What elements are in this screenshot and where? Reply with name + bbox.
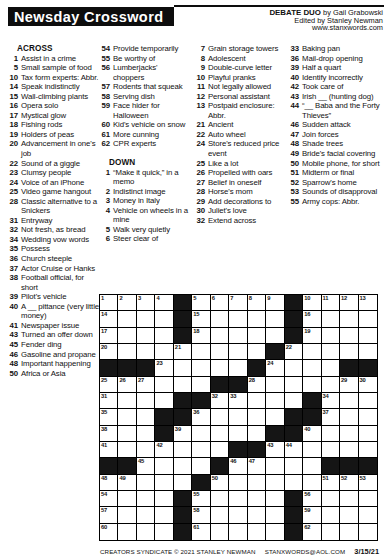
- black-cell: [100, 360, 118, 376]
- grid-cell[interactable]: [229, 311, 247, 327]
- cell-number: 5: [193, 295, 196, 302]
- grid-cell[interactable]: [266, 409, 284, 425]
- grid-cell[interactable]: [155, 311, 173, 327]
- clue-number: 48: [289, 139, 302, 149]
- grid-cell[interactable]: [137, 426, 155, 442]
- grid-cell[interactable]: 43: [266, 442, 284, 458]
- clue-text: Midterm or final: [302, 168, 383, 178]
- clue-text: Newspaper issue: [21, 321, 99, 331]
- grid-cell[interactable]: [248, 409, 266, 425]
- grid-cell[interactable]: [322, 311, 340, 327]
- clue: 40Identify incorrectly: [289, 73, 383, 83]
- clue: 62CPR experts: [100, 139, 190, 149]
- clue-text: Entryway: [21, 216, 99, 226]
- clue-number: 15: [8, 92, 21, 102]
- grid-cell[interactable]: 31: [100, 393, 118, 409]
- grid-cell[interactable]: [340, 409, 358, 425]
- clue-text: Important happening: [21, 359, 99, 369]
- clue-block: 7Grain storage towers8Adolescent9Double-…: [195, 44, 285, 225]
- clue-number: 1: [8, 54, 21, 64]
- grid-cell[interactable]: [322, 344, 340, 360]
- clue-text: Add decorations to: [208, 197, 285, 207]
- grid-cell[interactable]: [137, 491, 155, 507]
- grid-cell[interactable]: [266, 328, 284, 344]
- clue: 46Sudden attack: [289, 120, 383, 130]
- black-cell: [285, 426, 303, 442]
- grid-cell[interactable]: 58: [192, 507, 210, 523]
- grid-cell[interactable]: [229, 524, 247, 540]
- grid-cell[interactable]: 62: [303, 524, 321, 540]
- clue: 53Sounds of disapproval: [289, 187, 383, 197]
- grid-cell[interactable]: [155, 491, 173, 507]
- grid-cell[interactable]: 59: [303, 507, 321, 523]
- grid-cell[interactable]: [192, 458, 210, 474]
- grid-cell[interactable]: 15: [192, 311, 210, 327]
- grid-cell[interactable]: 10: [303, 295, 321, 311]
- clue-number: 55: [289, 197, 302, 207]
- clue-number: 36: [289, 54, 302, 64]
- cell-number: 54: [101, 491, 107, 498]
- clue: 55Be worthy of: [100, 54, 190, 64]
- grid-cell[interactable]: [192, 344, 210, 360]
- grid-cell[interactable]: 6: [211, 295, 229, 311]
- clue: 9Double-curve letter: [195, 63, 285, 73]
- clue: 2Indistinct image: [100, 187, 190, 197]
- black-cell: [340, 360, 358, 376]
- grid-cell[interactable]: [174, 360, 192, 376]
- grid-cell[interactable]: 14: [100, 311, 118, 327]
- grid-cell[interactable]: 9: [266, 295, 284, 311]
- grid-cell[interactable]: [303, 442, 321, 458]
- grid-cell[interactable]: [137, 393, 155, 409]
- grid-cell[interactable]: 30: [359, 377, 377, 393]
- clue: 47Join forces: [289, 130, 383, 140]
- grid-cell[interactable]: [266, 377, 284, 393]
- grid-cell[interactable]: [174, 458, 192, 474]
- grid-cell[interactable]: 28: [248, 377, 266, 393]
- clue-text: Playful pranks: [208, 73, 285, 83]
- grid-cell[interactable]: 48: [100, 475, 118, 491]
- grid-cell[interactable]: [155, 524, 173, 540]
- grid-cell[interactable]: 47: [248, 458, 266, 474]
- clue: 1Assist in a crime: [8, 54, 99, 64]
- clue: 1“Make it quick,” in a memo: [100, 168, 190, 187]
- grid-cell[interactable]: [229, 328, 247, 344]
- grid-cell[interactable]: [248, 426, 266, 442]
- cell-number: 34: [323, 393, 329, 400]
- grid-cell[interactable]: 4: [155, 295, 173, 311]
- grid-cell[interactable]: [285, 377, 303, 393]
- grid-cell[interactable]: [137, 328, 155, 344]
- grid-cell[interactable]: [211, 507, 229, 523]
- grid-cell[interactable]: [285, 475, 303, 491]
- grid-cell[interactable]: [303, 360, 321, 376]
- clue-text: Voice of an iPhone: [21, 178, 99, 188]
- cell-number: 36: [193, 409, 199, 416]
- grid-cell[interactable]: 1: [100, 295, 118, 311]
- grid-cell[interactable]: [359, 524, 377, 540]
- clue-column-1: ACROSS1Assist in a crime5Small sample of…: [8, 44, 99, 378]
- grid-cell[interactable]: 2: [118, 295, 136, 311]
- clue: 44“__ Baba and the Forty Thieves”: [289, 101, 383, 120]
- grid-cell[interactable]: [174, 475, 192, 491]
- cell-number: 7: [230, 295, 233, 302]
- grid-cell[interactable]: 45: [137, 458, 155, 474]
- grid-cell[interactable]: [322, 524, 340, 540]
- grid-cell[interactable]: 46: [229, 458, 247, 474]
- clue-text: Half a quart: [302, 63, 383, 73]
- grid-cell[interactable]: 53: [359, 475, 377, 491]
- clue-text: Advancement in one's job: [21, 139, 99, 158]
- footer-email: STANXWORDS@AOL.COM: [265, 548, 346, 555]
- clue: 49Bride's facial covering: [289, 149, 383, 159]
- grid-cell[interactable]: [229, 344, 247, 360]
- grid-cell[interactable]: [229, 475, 247, 491]
- grid-cell[interactable]: 34: [322, 393, 340, 409]
- grid-cell[interactable]: 5: [192, 295, 210, 311]
- grid-cell[interactable]: [137, 524, 155, 540]
- clue-number: 55: [100, 54, 113, 64]
- grid-cell[interactable]: 24: [266, 360, 284, 376]
- black-cell: [266, 426, 284, 442]
- clue: 30Juliet's love: [195, 206, 285, 216]
- grid-cell[interactable]: [192, 426, 210, 442]
- grid-cell[interactable]: [155, 458, 173, 474]
- clue: 57Rodents that squeak: [100, 82, 190, 92]
- grid-cell[interactable]: [359, 328, 377, 344]
- grid-cell[interactable]: [192, 377, 210, 393]
- grid-cell[interactable]: [266, 491, 284, 507]
- grid-cell[interactable]: 25: [100, 377, 118, 393]
- grid-cell[interactable]: [174, 377, 192, 393]
- clue: 29Add decorations to: [195, 197, 285, 207]
- grid-cell[interactable]: [248, 524, 266, 540]
- grid-cell[interactable]: [137, 442, 155, 458]
- grid-cell[interactable]: [229, 360, 247, 376]
- grid-cell[interactable]: [322, 507, 340, 523]
- grid-cell[interactable]: [303, 475, 321, 491]
- grid-cell[interactable]: [340, 344, 358, 360]
- grid-cell[interactable]: [359, 507, 377, 523]
- grid-cell[interactable]: 55: [192, 491, 210, 507]
- grid-cell[interactable]: [359, 426, 377, 442]
- clue-text: Auto wheel: [208, 130, 285, 140]
- grid-cell[interactable]: 13: [359, 295, 377, 311]
- grid-cell[interactable]: [303, 458, 321, 474]
- grid-cell[interactable]: [359, 442, 377, 458]
- grid-cell[interactable]: [118, 311, 136, 327]
- grid-cell[interactable]: [229, 426, 247, 442]
- grid-cell[interactable]: 37: [322, 409, 340, 425]
- black-cell: [285, 311, 303, 327]
- grid-cell[interactable]: [340, 426, 358, 442]
- grid-cell[interactable]: [211, 524, 229, 540]
- grid-cell[interactable]: 51: [322, 475, 340, 491]
- grid-cell[interactable]: [359, 344, 377, 360]
- clue-text: Actor Cruise or Hanks: [21, 264, 99, 274]
- black-cell: [285, 409, 303, 425]
- grid-cell[interactable]: [285, 360, 303, 376]
- grid-cell[interactable]: 49: [118, 475, 136, 491]
- grid-cell[interactable]: [248, 507, 266, 523]
- grid-cell[interactable]: [211, 491, 229, 507]
- grid-cell[interactable]: [192, 442, 210, 458]
- grid-cell[interactable]: [303, 377, 321, 393]
- grid-cell[interactable]: [248, 475, 266, 491]
- clue-number: 16: [8, 101, 21, 111]
- clue: 11Not legally allowed: [195, 82, 285, 92]
- clue-number: 7: [195, 44, 208, 54]
- grid-cell[interactable]: [340, 507, 358, 523]
- grid-cell[interactable]: 57: [100, 507, 118, 523]
- grid-cell[interactable]: [211, 360, 229, 376]
- grid-cell[interactable]: [322, 426, 340, 442]
- grid-cell[interactable]: [248, 344, 266, 360]
- grid-cell[interactable]: [340, 524, 358, 540]
- cell-number: 31: [101, 393, 107, 400]
- black-cell: [174, 409, 192, 425]
- cell-number: 6: [212, 295, 215, 302]
- clue: 35Possess: [8, 244, 99, 254]
- grid-cell[interactable]: 56: [303, 491, 321, 507]
- grid-cell[interactable]: [137, 475, 155, 491]
- header-rule: [174, 5, 384, 7]
- black-cell: [174, 295, 192, 311]
- grid-cell[interactable]: [118, 426, 136, 442]
- grid-cell[interactable]: 39: [174, 426, 192, 442]
- grid-cell[interactable]: 38: [100, 426, 118, 442]
- clue: 16Opera solo: [8, 101, 99, 111]
- clue-number: 8: [195, 54, 208, 64]
- grid-cell[interactable]: [155, 377, 173, 393]
- clue: 58Serving dish: [100, 92, 190, 102]
- grid-cell[interactable]: [248, 311, 266, 327]
- cell-number: 25: [101, 377, 107, 384]
- clue: 26Propelled with oars: [195, 168, 285, 178]
- clue-text: Mail-drop opening: [302, 54, 383, 64]
- grid-cell[interactable]: [248, 393, 266, 409]
- grid-cell[interactable]: 40: [303, 426, 321, 442]
- grid-cell[interactable]: [118, 344, 136, 360]
- grid-cell[interactable]: [155, 344, 173, 360]
- grid-cell[interactable]: [211, 328, 229, 344]
- grid-cell[interactable]: [155, 507, 173, 523]
- clue-number: 39: [289, 63, 302, 73]
- grid-cell[interactable]: [266, 393, 284, 409]
- clue-text: Africa or Asia: [21, 369, 99, 379]
- grid-cell[interactable]: 7: [229, 295, 247, 311]
- grid-cell[interactable]: [155, 328, 173, 344]
- grid-cell[interactable]: [266, 507, 284, 523]
- crossword-page: Newsday Crossword DEBATE DUO by Gail Gra…: [0, 0, 386, 559]
- grid-cell[interactable]: 29: [340, 377, 358, 393]
- clue: 25Video game hangout: [8, 187, 99, 197]
- cell-number: 24: [267, 360, 273, 367]
- grid-cell[interactable]: [211, 442, 229, 458]
- grid-cell[interactable]: 17: [100, 328, 118, 344]
- grid-cell[interactable]: 26: [118, 377, 136, 393]
- clue-number: 2: [100, 187, 113, 197]
- grid-cell[interactable]: [322, 491, 340, 507]
- crossword-grid: 1234567891011121314151617181920212223242…: [99, 294, 378, 541]
- grid-cell[interactable]: 11: [322, 295, 340, 311]
- grid-cell[interactable]: [359, 393, 377, 409]
- grid-cell[interactable]: 41: [100, 442, 118, 458]
- grid-cell[interactable]: [118, 328, 136, 344]
- grid-cell[interactable]: [248, 328, 266, 344]
- clue-number: 1: [100, 168, 113, 187]
- clue-column-3: 7Grain storage towers8Adolescent9Double-…: [195, 44, 285, 225]
- grid-cell[interactable]: 27: [137, 377, 155, 393]
- grid-cell[interactable]: 44: [285, 442, 303, 458]
- grid-cell[interactable]: [266, 458, 284, 474]
- clue-text: Took care of: [302, 82, 383, 92]
- grid-cell[interactable]: 21: [174, 344, 192, 360]
- grid-cell[interactable]: [248, 491, 266, 507]
- grid-cell[interactable]: 8: [248, 295, 266, 311]
- grid-cell[interactable]: 16: [303, 311, 321, 327]
- clue-column-4: 33Baking pan36Mail-drop opening39Half a …: [289, 44, 383, 206]
- grid-cell[interactable]: [137, 409, 155, 425]
- grid-cell[interactable]: 3: [137, 295, 155, 311]
- grid-cell[interactable]: [285, 393, 303, 409]
- grid-cell[interactable]: 42: [155, 442, 173, 458]
- clue-text: Personal assistant: [208, 92, 285, 102]
- clue-number: 12: [195, 92, 208, 102]
- clue-number: 19: [8, 130, 21, 140]
- clue: 7Grain storage towers: [195, 44, 285, 54]
- grid-cell[interactable]: [192, 360, 210, 376]
- cell-number: 9: [267, 295, 270, 302]
- grid-cell[interactable]: [137, 507, 155, 523]
- grid-cell[interactable]: [266, 475, 284, 491]
- grid-cell[interactable]: [322, 360, 340, 376]
- black-cell: [248, 442, 266, 458]
- grid-cell[interactable]: 18: [192, 328, 210, 344]
- grid-cell[interactable]: [266, 524, 284, 540]
- clue: 48Shade trees: [289, 139, 383, 149]
- grid-cell[interactable]: [340, 442, 358, 458]
- cell-number: 44: [286, 442, 292, 449]
- grid-cell[interactable]: [118, 491, 136, 507]
- clue-number: 10: [195, 73, 208, 83]
- grid-cell[interactable]: 50: [211, 475, 229, 491]
- grid-cell[interactable]: [137, 311, 155, 327]
- clue: 3Money in Italy: [100, 196, 190, 206]
- grid-cell[interactable]: [211, 344, 229, 360]
- grid-cell[interactable]: [359, 491, 377, 507]
- grid-cell[interactable]: [340, 393, 358, 409]
- clue-column-2: 54Provide temporarily55Be worthy of56Lum…: [100, 44, 190, 244]
- cell-number: 57: [101, 507, 107, 514]
- grid-cell[interactable]: 19: [303, 328, 321, 344]
- grid-cell[interactable]: [322, 442, 340, 458]
- clue-text: Holders of peas: [21, 130, 99, 140]
- black-cell: [266, 344, 284, 360]
- clue: 40A __ pittance (very little money): [8, 302, 99, 321]
- cell-number: 56: [304, 491, 310, 498]
- grid-cell[interactable]: 23: [155, 360, 173, 376]
- grid-cell[interactable]: [229, 507, 247, 523]
- cell-number: 20: [101, 344, 107, 351]
- cell-number: 23: [156, 360, 162, 367]
- grid-cell[interactable]: [229, 491, 247, 507]
- clue-text: Sound of a giggle: [21, 159, 99, 169]
- grid-cell[interactable]: [155, 393, 173, 409]
- grid-cell[interactable]: 32: [211, 393, 229, 409]
- grid-cell[interactable]: 36: [192, 409, 210, 425]
- clue: 51Midterm or final: [289, 168, 383, 178]
- clue-text: Join forces: [302, 130, 383, 140]
- clue-number: 43: [8, 330, 21, 340]
- clue-text: Shade trees: [302, 139, 383, 149]
- grid-cell[interactable]: [303, 344, 321, 360]
- grid-cell[interactable]: 54: [100, 491, 118, 507]
- grid-cell[interactable]: [340, 311, 358, 327]
- grid-cell[interactable]: 60: [100, 524, 118, 540]
- grid-cell[interactable]: [211, 426, 229, 442]
- clue: 10Playful pranks: [195, 73, 285, 83]
- clue-number: 17: [8, 111, 21, 121]
- clue-number: 57: [100, 82, 113, 92]
- black-cell: [303, 393, 321, 409]
- grid-cell[interactable]: 35: [100, 409, 118, 425]
- clue-block: ACROSS1Assist in a crime5Small sample of…: [8, 44, 99, 378]
- grid-cell[interactable]: [118, 524, 136, 540]
- grid-cell[interactable]: 12: [340, 295, 358, 311]
- clue-number: 5: [100, 225, 113, 235]
- grid-cell[interactable]: [118, 393, 136, 409]
- grid-cell[interactable]: 22: [285, 344, 303, 360]
- clue: 32Not fresh, as bread: [8, 225, 99, 235]
- grid-cell[interactable]: 52: [340, 475, 358, 491]
- grid-cell[interactable]: [118, 409, 136, 425]
- grid-cell[interactable]: [322, 377, 340, 393]
- clue-text: Football official, for short: [21, 273, 99, 292]
- clue-number: 43: [289, 92, 302, 102]
- grid-cell[interactable]: 61: [192, 524, 210, 540]
- grid-cell[interactable]: [155, 475, 173, 491]
- grid-cell[interactable]: [266, 311, 284, 327]
- puzzle-credits: DEBATE DUO by Gail Grabowski Edited by S…: [269, 9, 383, 32]
- cell-number: 28: [249, 377, 255, 384]
- grid-cell[interactable]: [285, 458, 303, 474]
- grid-cell[interactable]: [174, 442, 192, 458]
- grid-cell[interactable]: [322, 328, 340, 344]
- clue-number: 13: [195, 101, 208, 120]
- clue: 45Fender ding: [8, 340, 99, 350]
- grid-cell[interactable]: [137, 344, 155, 360]
- clue: 50Africa or Asia: [8, 369, 99, 379]
- grid-cell[interactable]: [359, 409, 377, 425]
- clue-text: Propelled with oars: [208, 168, 285, 178]
- clue: 54Provide temporarily: [100, 44, 190, 54]
- grid-cell[interactable]: [118, 507, 136, 523]
- grid-cell[interactable]: 33: [229, 393, 247, 409]
- footer-date: 3/15/21: [354, 547, 379, 556]
- clue: 4Vehicle on wheels in a mine: [100, 206, 190, 225]
- grid-cell[interactable]: [340, 328, 358, 344]
- grid-cell[interactable]: [211, 311, 229, 327]
- grid-cell[interactable]: 20: [100, 344, 118, 360]
- grid-cell[interactable]: [340, 491, 358, 507]
- grid-cell[interactable]: [118, 442, 136, 458]
- grid-cell[interactable]: [229, 409, 247, 425]
- grid-cell[interactable]: [359, 311, 377, 327]
- clue-number: 49: [289, 149, 302, 159]
- grid-cell[interactable]: [211, 409, 229, 425]
- cell-number: 58: [193, 507, 199, 514]
